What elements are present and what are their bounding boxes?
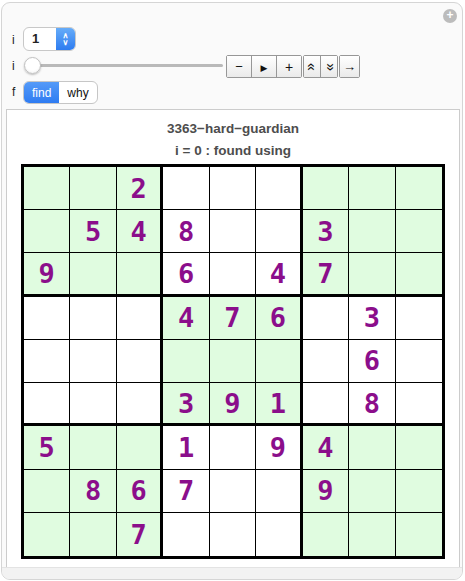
cell-r9c4 bbox=[163, 513, 209, 556]
direction-group: → bbox=[339, 55, 360, 78]
chevrons-up-icon: « bbox=[304, 63, 320, 71]
cell-r6c7 bbox=[303, 383, 349, 426]
cell-r3c7: 7 bbox=[303, 253, 349, 296]
cell-r4c4: 4 bbox=[163, 297, 209, 340]
slider-label: i bbox=[12, 59, 15, 73]
stepper-down-icon[interactable]: ∨ bbox=[63, 39, 69, 46]
cell-r3c9 bbox=[396, 253, 442, 296]
cell-r6c2 bbox=[70, 383, 116, 426]
frame-footer bbox=[2, 567, 462, 579]
cell-r9c1 bbox=[24, 513, 70, 556]
cell-r3c2 bbox=[70, 253, 116, 296]
cell-r5c1 bbox=[24, 340, 70, 383]
cell-r4c6: 6 bbox=[256, 297, 302, 340]
cell-r8c4: 7 bbox=[163, 470, 209, 513]
stepper-arrows[interactable]: ∧ ∨ bbox=[56, 28, 75, 50]
cell-r7c3 bbox=[117, 426, 163, 469]
cell-r2c6 bbox=[256, 210, 302, 253]
cell-r2c2: 5 bbox=[70, 210, 116, 253]
direction-button[interactable]: → bbox=[340, 56, 359, 77]
cell-r1c1 bbox=[24, 167, 70, 210]
cell-r5c5 bbox=[210, 340, 256, 383]
cell-r9c8 bbox=[349, 513, 395, 556]
cell-r9c6 bbox=[256, 513, 302, 556]
cell-r4c9 bbox=[396, 297, 442, 340]
i-stepper-input[interactable]: 1 ∧ ∨ bbox=[23, 27, 76, 51]
cell-r2c5 bbox=[210, 210, 256, 253]
cell-r2c3: 4 bbox=[117, 210, 163, 253]
cell-r6c3 bbox=[117, 383, 163, 426]
manipulate-frame: + i 1 ∧ ∨ i − ▶ + « « → f find why bbox=[1, 2, 463, 580]
cell-r9c7 bbox=[303, 513, 349, 556]
slower-button[interactable]: « bbox=[320, 56, 337, 77]
cell-r6c1 bbox=[24, 383, 70, 426]
cell-r1c6 bbox=[256, 167, 302, 210]
cell-r2c9 bbox=[396, 210, 442, 253]
playback-group: − ▶ + bbox=[226, 55, 302, 78]
cell-r7c2 bbox=[70, 426, 116, 469]
paste-plus-icon[interactable]: + bbox=[443, 9, 457, 23]
cell-r3c4: 6 bbox=[163, 253, 209, 296]
cell-r9c9 bbox=[396, 513, 442, 556]
cell-r9c3: 7 bbox=[117, 513, 163, 556]
cell-r2c4: 8 bbox=[163, 210, 209, 253]
cell-r8c8 bbox=[349, 470, 395, 513]
cell-r3c3 bbox=[117, 253, 163, 296]
cell-r1c5 bbox=[210, 167, 256, 210]
cell-r9c2 bbox=[70, 513, 116, 556]
cell-r1c7 bbox=[303, 167, 349, 210]
cell-r6c8: 8 bbox=[349, 383, 395, 426]
increment-button[interactable]: + bbox=[276, 56, 301, 77]
toggler-option-find[interactable]: find bbox=[24, 82, 59, 103]
cell-r7c8 bbox=[349, 426, 395, 469]
cell-r1c3: 2 bbox=[117, 167, 163, 210]
cell-r3c8 bbox=[349, 253, 395, 296]
cell-r4c2 bbox=[70, 297, 116, 340]
output-pane: 3363−hard−guardian i = 0 : found using 2… bbox=[6, 109, 460, 572]
cell-r4c3 bbox=[117, 297, 163, 340]
cell-r5c7 bbox=[303, 340, 349, 383]
i-slider-track[interactable] bbox=[25, 64, 223, 67]
cell-r1c4 bbox=[163, 167, 209, 210]
cell-r8c3: 6 bbox=[117, 470, 163, 513]
cell-r8c1 bbox=[24, 470, 70, 513]
cell-r8c9 bbox=[396, 470, 442, 513]
cell-r7c4: 1 bbox=[163, 426, 209, 469]
play-icon: ▶ bbox=[261, 62, 268, 72]
cell-r3c1: 9 bbox=[24, 253, 70, 296]
plus-icon: + bbox=[285, 59, 293, 75]
cell-r4c1 bbox=[24, 297, 70, 340]
toggler-label: f bbox=[12, 85, 15, 99]
cell-r5c8: 6 bbox=[349, 340, 395, 383]
cell-r3c5 bbox=[210, 253, 256, 296]
stepper-value: 1 bbox=[32, 28, 39, 50]
cell-r5c9 bbox=[396, 340, 442, 383]
cell-r7c6: 9 bbox=[256, 426, 302, 469]
cell-r8c6 bbox=[256, 470, 302, 513]
cell-r1c2 bbox=[70, 167, 116, 210]
cell-r6c4: 3 bbox=[163, 383, 209, 426]
cell-r5c2 bbox=[70, 340, 116, 383]
cell-r3c6: 4 bbox=[256, 253, 302, 296]
cell-r6c5: 9 bbox=[210, 383, 256, 426]
cell-r8c2: 8 bbox=[70, 470, 116, 513]
stepper-label: i bbox=[12, 33, 15, 47]
cell-r7c7: 4 bbox=[303, 426, 349, 469]
toggler-option-why[interactable]: why bbox=[59, 82, 96, 103]
cell-r1c9 bbox=[396, 167, 442, 210]
sudoku-grid: 254839647476363918519486797 bbox=[21, 164, 445, 559]
cell-r4c8: 3 bbox=[349, 297, 395, 340]
cell-r7c9 bbox=[396, 426, 442, 469]
decrement-button[interactable]: − bbox=[227, 56, 251, 77]
cell-r5c3 bbox=[117, 340, 163, 383]
cell-r8c5 bbox=[210, 470, 256, 513]
cell-r6c6: 1 bbox=[256, 383, 302, 426]
chevrons-down-icon: « bbox=[321, 63, 337, 71]
faster-button[interactable]: « bbox=[304, 56, 320, 77]
puzzle-subtitle: i = 0 : found using bbox=[7, 143, 459, 158]
cell-r7c1: 5 bbox=[24, 426, 70, 469]
cell-r5c6 bbox=[256, 340, 302, 383]
speed-group: « « bbox=[303, 55, 338, 78]
play-button[interactable]: ▶ bbox=[251, 56, 276, 77]
cell-r2c7: 3 bbox=[303, 210, 349, 253]
cell-r2c1 bbox=[24, 210, 70, 253]
cell-r9c5 bbox=[210, 513, 256, 556]
cell-r6c9 bbox=[396, 383, 442, 426]
f-toggler: find why bbox=[23, 81, 98, 104]
cell-r7c5 bbox=[210, 426, 256, 469]
puzzle-title: 3363−hard−guardian bbox=[7, 121, 459, 136]
right-arrow-icon: → bbox=[343, 59, 356, 74]
minus-icon: − bbox=[235, 59, 243, 74]
cell-r4c5: 7 bbox=[210, 297, 256, 340]
cell-r8c7: 9 bbox=[303, 470, 349, 513]
cell-r1c8 bbox=[349, 167, 395, 210]
i-slider-thumb[interactable] bbox=[24, 57, 41, 74]
cell-r5c4 bbox=[163, 340, 209, 383]
cell-r2c8 bbox=[349, 210, 395, 253]
cell-r4c7 bbox=[303, 297, 349, 340]
